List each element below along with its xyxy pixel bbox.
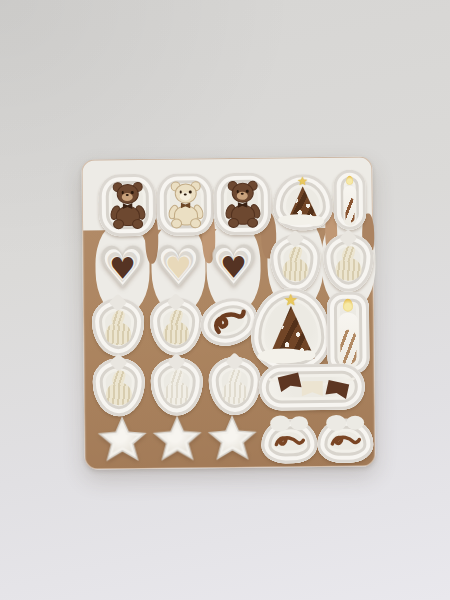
meringue-kiss-chocolate (105, 369, 133, 405)
candle-chocolate-large (335, 297, 362, 369)
cavity-star-1 (96, 415, 149, 466)
christmas-tree-chocolate-small: ★ (281, 179, 325, 225)
cavity-bear-1 (99, 174, 157, 237)
ribbon-swirl-icon (269, 431, 309, 451)
tree-star-icon: ★ (284, 292, 299, 308)
cavity-star-2 (151, 414, 204, 465)
cavity-ribbon-2 (261, 419, 317, 464)
candle-flame-icon (346, 176, 353, 185)
christmas-tree-chocolate-large: ★ (261, 298, 322, 363)
cavity-star-3 (206, 414, 259, 465)
candle-chocolate-small (341, 174, 360, 226)
cavity-kiss-3 (92, 298, 145, 357)
ribbon-swirl-icon (325, 431, 365, 451)
heart-chocolate-white: ♥ (165, 253, 192, 283)
cavity-kiss-5 (92, 358, 145, 417)
pennant-banner-chocolate (265, 369, 359, 406)
tree-star-icon: ★ (297, 175, 308, 187)
heart-chocolate-dark: ♥ (220, 253, 247, 283)
chocolate-tray: ★ ♥♥ ♥♥ ♥♥♥ ♥♥ ♥♥♥ ♥♥ ♥ ★ (81, 156, 375, 469)
meringue-kiss-chocolate (281, 245, 309, 281)
meringue-kiss-chocolate (221, 368, 249, 404)
meringue-kiss-chocolate (104, 309, 132, 345)
heart-chocolate-dark: ♥ (109, 254, 136, 284)
cavity-tree-small: ★ (273, 174, 334, 231)
meringue-kiss-chocolate (162, 308, 190, 344)
meringue-kiss-chocolate (334, 245, 362, 281)
cavity-kiss-6 (150, 357, 203, 416)
ribbon-swirl-icon (205, 302, 254, 342)
cavity-bear-3 (214, 173, 272, 236)
cavity-candle-large (327, 292, 370, 374)
cavity-heart-2: ♥♥ ♥♥ ♥ (150, 243, 207, 296)
cavity-kiss-7 (208, 357, 261, 416)
teddy-bear-chocolate-white (167, 180, 204, 228)
cavity-heart-1: ♥♥ ♥♥ ♥ (94, 244, 151, 297)
cavity-banner-1 (259, 364, 365, 411)
cavity-tree-large: ★ (251, 288, 332, 373)
cavity-kiss-4 (150, 297, 203, 356)
cavity-heart-3: ♥♥ ♥♥ ♥ (205, 243, 262, 296)
photo-background: ★ ♥♥ ♥♥ ♥♥♥ ♥♥ ♥♥♥ ♥♥ ♥ ★ (0, 0, 450, 600)
meringue-kiss-chocolate (163, 368, 191, 404)
cavity-ribbon-3 (317, 418, 373, 463)
teddy-bear-chocolate-dark (109, 181, 146, 229)
cavity-bear-2 (157, 173, 215, 236)
cavity-candle-small (334, 170, 367, 230)
teddy-bear-chocolate-dark (224, 180, 261, 228)
candle-flame-icon (343, 299, 353, 312)
